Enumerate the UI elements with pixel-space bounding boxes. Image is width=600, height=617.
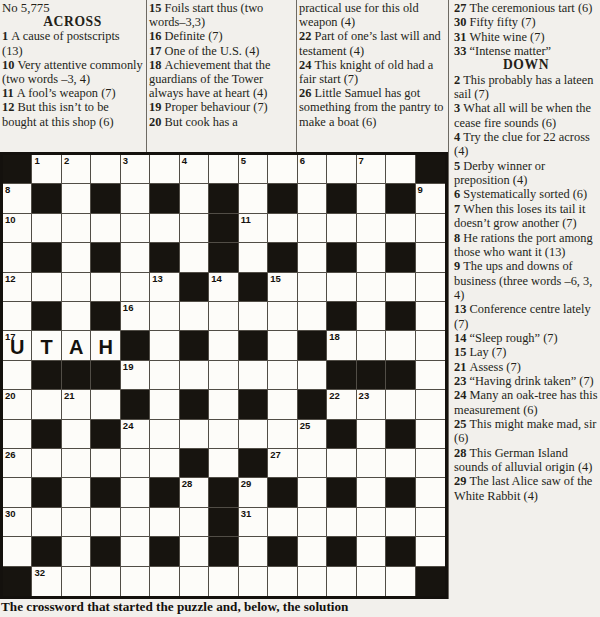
grid-cell-r15c8[interactable] — [209, 567, 238, 596]
cell-number: 19 — [123, 362, 134, 372]
cell-number: 7 — [359, 156, 364, 166]
grid-cell-r14c11[interactable] — [298, 537, 327, 566]
cell-number: 27 — [270, 450, 281, 460]
grid-cell-r14c9[interactable] — [239, 537, 268, 566]
grid-cell-r6c9[interactable] — [239, 302, 268, 331]
crossword-page: No 5,775ACROSS1 A cause of postscripts (… — [0, 0, 600, 617]
caption: The crossword that started the puzzle an… — [1, 599, 471, 614]
grid-cell-r8c12 — [327, 361, 356, 390]
clue: 4 Try the clue for 22 across (4) — [454, 130, 598, 159]
clue-number: 27 — [454, 1, 470, 15]
cell-number: 11 — [241, 215, 251, 225]
grid-cell-r11c3[interactable] — [62, 449, 91, 478]
grid-cell-r1c9[interactable]: 5 — [239, 155, 268, 184]
grid-cell-r11c13[interactable] — [357, 449, 386, 478]
grid-cell-r11c9 — [239, 449, 268, 478]
clue-number: 7 — [454, 202, 463, 216]
grid-cell-r3c8 — [209, 214, 238, 243]
grid-cell-r14c6 — [150, 537, 179, 566]
grid-cell-r1c8[interactable] — [209, 155, 238, 184]
clue: 29 The last Alice saw of the White Rabbi… — [454, 474, 598, 503]
cell-number: 14 — [211, 274, 222, 284]
grid-cell-r13c2[interactable] — [32, 508, 61, 537]
grid-cell-r6c6[interactable] — [150, 302, 179, 331]
clue-number: 24 — [299, 58, 315, 72]
clue-number: 21 — [454, 360, 470, 374]
across-clues-area: No 5,775ACROSS1 A cause of postscripts (… — [0, 0, 448, 152]
grid-cell-r9c9 — [239, 390, 268, 419]
cell-number: 6 — [300, 156, 305, 166]
grid-cell-r3c13[interactable] — [357, 214, 386, 243]
cell-number: 12 — [5, 274, 16, 284]
grid-cell-r8c9[interactable] — [239, 361, 268, 390]
grid-cell-r2c2 — [32, 184, 61, 213]
grid-cell-r5c6[interactable]: 13 — [150, 273, 179, 302]
grid-cell-r12c12 — [327, 478, 356, 507]
grid-cell-r8c1[interactable] — [3, 361, 32, 390]
grid-cell-r7c4[interactable]: H — [91, 331, 120, 360]
grid-cell-r2c10 — [268, 184, 297, 213]
cell-number: 28 — [182, 479, 193, 489]
grid-cell-r11c10[interactable]: 27 — [268, 449, 297, 478]
grid-cell-r5c2[interactable] — [32, 273, 61, 302]
grid-cell-r14c13[interactable] — [357, 537, 386, 566]
grid-cell-r13c15[interactable] — [416, 508, 445, 537]
grid-cell-r14c10 — [268, 537, 297, 566]
grid-cell-r3c9[interactable]: 11 — [239, 214, 268, 243]
grid-cell-r7c6[interactable] — [150, 331, 179, 360]
grid-cell-r12c10 — [268, 478, 297, 507]
grid-cell-r15c1 — [3, 567, 32, 596]
grid-cell-r3c3[interactable] — [62, 214, 91, 243]
grid-cell-r10c5[interactable]: 24 — [121, 420, 150, 449]
grid-cell-r15c5[interactable] — [121, 567, 150, 596]
grid-cell-r6c1[interactable] — [3, 302, 32, 331]
grid-cell-r6c13[interactable] — [357, 302, 386, 331]
grid-cell-r12c15[interactable] — [416, 478, 445, 507]
grid-cell-r4c7[interactable] — [180, 243, 209, 272]
puzzle-number: No 5,775 — [2, 1, 143, 15]
grid-cell-r10c3[interactable] — [62, 420, 91, 449]
grid-cell-r14c2 — [32, 537, 61, 566]
grid-cell-r13c13[interactable] — [357, 508, 386, 537]
grid-cell-r10c15[interactable] — [416, 420, 445, 449]
grid-cell-r2c8 — [209, 184, 238, 213]
grid-cell-r15c13[interactable] — [357, 567, 386, 596]
grid-cell-r11c5[interactable] — [121, 449, 150, 478]
grid-cell-r11c8[interactable] — [209, 449, 238, 478]
grid-cell-r6c7[interactable] — [180, 302, 209, 331]
grid-cell-r1c7[interactable]: 4 — [180, 155, 209, 184]
grid-cell-r10c13[interactable] — [357, 420, 386, 449]
clue: 25 This might make mad, sir (6) — [454, 417, 598, 446]
cell-number: 23 — [359, 391, 370, 401]
grid-cell-r10c4 — [91, 420, 120, 449]
grid-cell-r7c5 — [121, 331, 150, 360]
grid-cell-r2c1[interactable]: 8 — [3, 184, 32, 213]
clue-number: 29 — [454, 474, 470, 488]
grid-cell-r4c11[interactable] — [298, 243, 327, 272]
grid-cell-r12c3[interactable] — [62, 478, 91, 507]
grid-cell-r14c5[interactable] — [121, 537, 150, 566]
grid-cell-r1c12[interactable] — [327, 155, 356, 184]
grid-cell-r9c13[interactable]: 23 — [357, 390, 386, 419]
grid-cell-r12c11[interactable] — [298, 478, 327, 507]
grid-cell-r15c11[interactable] — [298, 567, 327, 596]
grid-cell-r10c14 — [386, 420, 415, 449]
cell-number: 13 — [152, 274, 163, 284]
clue: 17 One of the U.S. (4) — [149, 44, 293, 58]
clue: 1 A cause of postscripts (13) — [2, 29, 143, 57]
grid-cell-r5c4[interactable] — [91, 273, 120, 302]
cell-number: 16 — [123, 303, 134, 313]
grid-cell-r4c14 — [386, 243, 415, 272]
grid-cell-r9c8[interactable] — [209, 390, 238, 419]
grid-cell-r3c4[interactable] — [91, 214, 120, 243]
grid-cell-r13c7[interactable] — [180, 508, 209, 537]
grid-cell-r8c7[interactable] — [180, 361, 209, 390]
grid-cell-r6c5[interactable]: 16 — [121, 302, 150, 331]
grid-cell-r6c8[interactable] — [209, 302, 238, 331]
clue-number: 25 — [454, 417, 470, 431]
cell-number: 1 — [34, 156, 39, 166]
clue: 20 But cook has a — [149, 115, 293, 129]
clue: 10 Very attentive commonly (two words –3… — [2, 58, 143, 86]
grid-cell-r1c6[interactable] — [150, 155, 179, 184]
grid-cell-r13c8 — [209, 508, 238, 537]
grid-cell-r6c14 — [386, 302, 415, 331]
clue: 12 But this isn’t to be bought at this s… — [2, 100, 143, 128]
grid-cell-r13c4[interactable] — [91, 508, 120, 537]
grid-cell-r9c3[interactable]: 21 — [62, 390, 91, 419]
grid-cell-r10c9[interactable] — [239, 420, 268, 449]
grid-cell-r2c11[interactable] — [298, 184, 327, 213]
grid-cell-r7c15[interactable] — [416, 331, 445, 360]
grid-cell-r11c15[interactable] — [416, 449, 445, 478]
grid-cell-r4c10 — [268, 243, 297, 272]
grid-cell-r7c13[interactable] — [357, 331, 386, 360]
grid-cell-r2c6 — [150, 184, 179, 213]
grid-cell-r2c7[interactable] — [180, 184, 209, 213]
clue: 26 Little Samuel has got something from … — [299, 86, 445, 129]
grid-cell-r11c11[interactable] — [298, 449, 327, 478]
grid-cell-r5c11[interactable] — [298, 273, 327, 302]
clue: 24 This knight of old had a fair start (… — [299, 58, 445, 86]
clue-continuation: practical use for this old weapon (4) — [299, 1, 445, 29]
grid-cell-r4c1[interactable] — [3, 243, 32, 272]
grid-cell-r1c15 — [416, 155, 445, 184]
grid-cell-r5c15[interactable] — [416, 273, 445, 302]
grid-cell-r1c5[interactable]: 3 — [121, 155, 150, 184]
cell-number: 10 — [5, 215, 16, 225]
cell-letter: U — [3, 331, 31, 359]
grid-cell-r6c2 — [32, 302, 61, 331]
grid-cell-r4c4 — [91, 243, 120, 272]
grid-cell-r4c12 — [327, 243, 356, 272]
grid-cell-r6c11[interactable] — [298, 302, 327, 331]
grid-cell-r9c2[interactable] — [32, 390, 61, 419]
grid-cell-r11c12[interactable] — [327, 449, 356, 478]
grid-cell-r10c12 — [327, 420, 356, 449]
cell-number: 18 — [329, 332, 340, 342]
clue: 22 Part of one’s last will and testament… — [299, 29, 445, 57]
grid-cell-r5c1[interactable]: 12 — [3, 273, 32, 302]
grid-cell-r3c15[interactable] — [416, 214, 445, 243]
grid-cell-r10c7[interactable] — [180, 420, 209, 449]
grid-cell-r7c2[interactable]: T — [32, 331, 61, 360]
clue-number: 4 — [454, 130, 463, 144]
grid-cell-r5c3[interactable] — [62, 273, 91, 302]
grid-cell-r5c12[interactable] — [327, 273, 356, 302]
grid-cell-r12c8 — [209, 478, 238, 507]
grid-cell-r3c6[interactable] — [150, 214, 179, 243]
clue-number: 1 — [2, 29, 11, 43]
grid-cell-r14c4 — [91, 537, 120, 566]
grid-cell-r2c5[interactable] — [121, 184, 150, 213]
clue: 5 Derby winner or preposition (4) — [454, 159, 598, 188]
grid-cell-r6c10[interactable] — [268, 302, 297, 331]
clue-number: 10 — [2, 58, 18, 72]
grid-cell-r8c5[interactable]: 19 — [121, 361, 150, 390]
grid-cell-r13c14[interactable] — [386, 508, 415, 537]
cell-letter: H — [91, 331, 119, 359]
grid-cell-r7c10[interactable] — [268, 331, 297, 360]
grid-cell-r6c3[interactable] — [62, 302, 91, 331]
grid-cell-r2c3[interactable] — [62, 184, 91, 213]
grid-cell-r14c15[interactable] — [416, 537, 445, 566]
clue-number: 11 — [2, 86, 17, 100]
grid-cell-r3c11[interactable] — [298, 214, 327, 243]
clue: 7 When this loses its tail it doesn’t gr… — [454, 202, 598, 231]
grid-cell-r3c5[interactable] — [121, 214, 150, 243]
grid-cell-r8c3 — [62, 361, 91, 390]
grid-cell-r1c3[interactable]: 2 — [62, 155, 91, 184]
clue: 9 The ups and downs of business (three w… — [454, 259, 598, 302]
clue: 23 “Having drink taken” (7) — [454, 374, 598, 388]
clue-number: 16 — [149, 29, 165, 43]
grid-cell-r7c14[interactable] — [386, 331, 415, 360]
grid-cell-r4c3[interactable] — [62, 243, 91, 272]
grid-cell-r9c4[interactable] — [91, 390, 120, 419]
grid-cell-r9c7 — [180, 390, 209, 419]
grid-cell-r11c6[interactable] — [150, 449, 179, 478]
cell-number: 26 — [5, 450, 16, 460]
grid-cell-r3c14[interactable] — [386, 214, 415, 243]
grid-cell-r10c1[interactable] — [3, 420, 32, 449]
grid-cell-r4c15[interactable] — [416, 243, 445, 272]
grid-cell-r13c3[interactable] — [62, 508, 91, 537]
cell-number: 24 — [123, 421, 134, 431]
grid-cell-r8c15[interactable] — [416, 361, 445, 390]
grid-cell-r2c9[interactable] — [239, 184, 268, 213]
section-heading: ACROSS — [2, 15, 143, 29]
clue-number: 19 — [149, 100, 165, 114]
grid-cell-r1c10[interactable] — [268, 155, 297, 184]
grid-cell-r3c1[interactable]: 10 — [3, 214, 32, 243]
grid-cell-r13c1[interactable]: 30 — [3, 508, 32, 537]
grid-cell-r8c2 — [32, 361, 61, 390]
grid-cell-r14c12 — [327, 537, 356, 566]
grid-cell-r7c8[interactable] — [209, 331, 238, 360]
clue-number: 24 — [454, 388, 470, 402]
cell-number: 21 — [64, 391, 75, 401]
grid-cell-r15c2[interactable]: 32 — [32, 567, 61, 596]
clue-number: 22 — [299, 29, 315, 43]
cell-number: 29 — [241, 479, 252, 489]
section-heading: DOWN — [454, 58, 598, 72]
clue-number: 15 — [149, 1, 165, 15]
clue: 14 “Sleep rough” (7) — [454, 331, 598, 345]
clue-number: 6 — [454, 187, 463, 201]
grid-cell-r15c6[interactable] — [150, 567, 179, 596]
grid-cell-r5c5[interactable] — [121, 273, 150, 302]
grid-cell-r9c15[interactable] — [416, 390, 445, 419]
grid-cell-r7c9 — [239, 331, 268, 360]
grid-cell-r1c14[interactable] — [386, 155, 415, 184]
grid-cell-r7c7 — [180, 331, 209, 360]
grid-cell-r4c8 — [209, 243, 238, 272]
grid-cell-r13c6[interactable] — [150, 508, 179, 537]
grid-cell-r14c14 — [386, 537, 415, 566]
grid-cell-r9c11 — [298, 390, 327, 419]
grid-cell-r11c14[interactable] — [386, 449, 415, 478]
grid-cell-r11c2[interactable] — [32, 449, 61, 478]
clue-number: 3 — [454, 101, 463, 115]
grid-cell-r7c11 — [298, 331, 327, 360]
clue-number: 26 — [299, 86, 315, 100]
grid-cell-r2c14 — [386, 184, 415, 213]
grid-cell-r12c4 — [91, 478, 120, 507]
grid-cell-r2c4 — [91, 184, 120, 213]
grid-cell-r9c1[interactable]: 20 — [3, 390, 32, 419]
grid-cell-r15c10[interactable] — [268, 567, 297, 596]
grid-cell-r9c12[interactable]: 22 — [327, 390, 356, 419]
clue-number: 14 — [454, 331, 470, 345]
grid-cell-r2c15[interactable]: 9 — [416, 184, 445, 213]
clue-number: 18 — [149, 58, 165, 72]
grid-cell-r12c5[interactable] — [121, 478, 150, 507]
grid-cell-r4c9[interactable] — [239, 243, 268, 272]
clue-number: 20 — [149, 115, 165, 129]
cell-number: 15 — [270, 274, 281, 284]
grid-cell-r13c12[interactable] — [327, 508, 356, 537]
cell-letter: A — [62, 331, 90, 359]
cell-number: 4 — [182, 156, 187, 166]
clue-column-across-3: practical use for this old weapon (4)22 … — [297, 0, 448, 152]
grid-cell-r8c11[interactable] — [298, 361, 327, 390]
grid-cell-r15c9[interactable] — [239, 567, 268, 596]
grid-cell-r15c4[interactable] — [91, 567, 120, 596]
clue-number: 12 — [2, 100, 18, 114]
grid-cell-r7c12[interactable]: 18 — [327, 331, 356, 360]
grid-cell-r14c3[interactable] — [62, 537, 91, 566]
grid-cell-r8c6[interactable] — [150, 361, 179, 390]
grid-cell-r2c13[interactable] — [357, 184, 386, 213]
clue-number: 9 — [454, 259, 463, 273]
clue-number: 33 — [454, 44, 470, 58]
grid-cell-r10c8[interactable] — [209, 420, 238, 449]
grid-cell-r13c9[interactable]: 31 — [239, 508, 268, 537]
grid-cell-r7c1[interactable]: 17U — [3, 331, 32, 360]
grid-cell-r5c13[interactable] — [357, 273, 386, 302]
clue: 8 He rations the port among those who wa… — [454, 231, 598, 260]
clue: 6 Systematically sorted (6) — [454, 187, 598, 201]
grid-cell-r4c5[interactable] — [121, 243, 150, 272]
grid-cell-r6c15[interactable] — [416, 302, 445, 331]
grid-cell-r4c13[interactable] — [357, 243, 386, 272]
cell-number: 8 — [5, 185, 10, 195]
grid-cell-r14c8 — [209, 537, 238, 566]
grid-cell-r3c10[interactable] — [268, 214, 297, 243]
clue: 13 Conference centre lately (7) — [454, 302, 598, 331]
grid-cell-r13c11[interactable] — [298, 508, 327, 537]
grid-cell-r1c13[interactable]: 7 — [357, 155, 386, 184]
grid-cell-r13c5[interactable] — [121, 508, 150, 537]
clue-number: 13 — [454, 302, 470, 316]
grid-cell-r8c13 — [357, 361, 386, 390]
grid-cell-r9c14[interactable] — [386, 390, 415, 419]
grid-cell-r11c1[interactable]: 26 — [3, 449, 32, 478]
grid-cell-r8c10[interactable] — [268, 361, 297, 390]
grid-cell-r6c4 — [91, 302, 120, 331]
grid-cell-r15c12[interactable] — [327, 567, 356, 596]
clue: 28 This German Island sounds of alluvial… — [454, 446, 598, 475]
grid-cell-r13c10[interactable] — [268, 508, 297, 537]
grid-cell-r15c7[interactable] — [180, 567, 209, 596]
grid-cell-r15c3[interactable] — [62, 567, 91, 596]
grid-cell-r12c7[interactable]: 28 — [180, 478, 209, 507]
grid-cell-r10c11[interactable]: 25 — [298, 420, 327, 449]
grid-cell-r9c6[interactable] — [150, 390, 179, 419]
cell-number: 5 — [241, 156, 246, 166]
clue: 11 A fool’s weapon (7) — [2, 86, 143, 100]
grid-cell-r3c12[interactable] — [327, 214, 356, 243]
clue: 21 Assess (7) — [454, 360, 598, 374]
grid-cell-r10c10[interactable] — [268, 420, 297, 449]
grid-cell-r12c1[interactable] — [3, 478, 32, 507]
grid-cell-r1c2[interactable]: 1 — [32, 155, 61, 184]
grid-cell-r8c8[interactable] — [209, 361, 238, 390]
grid-cell-r5c9 — [239, 273, 268, 302]
grid-cell-r5c14[interactable] — [386, 273, 415, 302]
clue: 19 Proper behaviour (7) — [149, 100, 293, 114]
grid-cell-r14c7[interactable] — [180, 537, 209, 566]
cell-number: 20 — [5, 391, 16, 401]
grid-cell-r15c14[interactable] — [386, 567, 415, 596]
grid-cell-r12c13[interactable] — [357, 478, 386, 507]
grid-cell-r4c2 — [32, 243, 61, 272]
grid-cell-r11c7 — [180, 449, 209, 478]
grid-cell-r5c8[interactable]: 14 — [209, 273, 238, 302]
grid-cell-r1c11[interactable]: 6 — [298, 155, 327, 184]
grid-cell-r14c1[interactable] — [3, 537, 32, 566]
grid-cell-r10c6[interactable] — [150, 420, 179, 449]
grid-cell-r1c4[interactable] — [91, 155, 120, 184]
grid-cell-r3c7[interactable] — [180, 214, 209, 243]
clue-number: 23 — [454, 374, 470, 388]
grid-cell-r12c9[interactable]: 29 — [239, 478, 268, 507]
grid-cell-r7c3[interactable]: A — [62, 331, 91, 360]
grid-cell-r12c14 — [386, 478, 415, 507]
clue: 15 Foils start thus (two words–3,3) — [149, 1, 293, 29]
grid-cell-r11c4[interactable] — [91, 449, 120, 478]
grid-cell-r9c10[interactable] — [268, 390, 297, 419]
clue-number: 28 — [454, 446, 470, 460]
cell-number: 30 — [5, 509, 16, 519]
clue-column-across-1: No 5,775ACROSS1 A cause of postscripts (… — [0, 0, 147, 152]
grid-cell-r5c10[interactable]: 15 — [268, 273, 297, 302]
grid-cell-r3c2[interactable] — [32, 214, 61, 243]
